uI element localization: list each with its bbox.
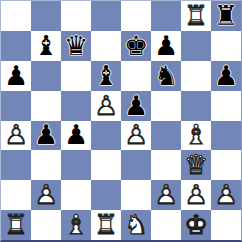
piece-black-knight[interactable]: ♞ xyxy=(151,61,181,91)
piece-black-pawn[interactable]: ♟ xyxy=(151,31,181,61)
square-f5[interactable] xyxy=(151,91,181,121)
square-b2[interactable]: ♟♙ xyxy=(31,180,61,210)
piece-glyph: ♟ xyxy=(121,91,151,121)
piece-black-king[interactable]: ♚ xyxy=(121,31,151,61)
square-g4[interactable]: ♝♗ xyxy=(181,121,211,151)
square-g1[interactable]: ♚♔ xyxy=(181,210,211,240)
square-a8[interactable] xyxy=(1,1,31,31)
piece-outline-glyph: ♖ xyxy=(91,210,121,240)
piece-white-pawn[interactable]: ♟♙ xyxy=(91,91,121,121)
square-e1[interactable]: ♞♘ xyxy=(121,210,151,240)
piece-glyph: ♚ xyxy=(121,31,151,61)
piece-glyph: ♝ xyxy=(31,31,61,61)
piece-black-pawn[interactable]: ♟ xyxy=(31,121,61,151)
piece-white-rook[interactable]: ♜♖ xyxy=(181,1,211,31)
square-a3[interactable] xyxy=(1,150,31,180)
square-c4[interactable]: ♟ xyxy=(61,121,91,151)
piece-glyph: ♟ xyxy=(211,61,241,91)
piece-black-rook[interactable]: ♜ xyxy=(211,1,241,31)
piece-black-bishop[interactable]: ♝ xyxy=(91,61,121,91)
piece-white-pawn[interactable]: ♟♙ xyxy=(211,180,241,210)
piece-glyph: ♞ xyxy=(151,61,181,91)
piece-outline-glyph: ♗ xyxy=(61,210,91,240)
piece-glyph: ♟ xyxy=(151,31,181,61)
piece-outline-glyph: ♗ xyxy=(181,121,211,151)
chess-board: ♜♖♜♝♛♚♟♟♝♞♟♟♙♟♟♙♟♟♟♙♝♗♛♕♟♙♟♙♟♙♟♙♜♖♝♗♜♖♞♘… xyxy=(0,0,242,242)
square-g5[interactable] xyxy=(181,91,211,121)
piece-black-bishop[interactable]: ♝ xyxy=(31,31,61,61)
square-f8[interactable] xyxy=(151,1,181,31)
square-d3[interactable] xyxy=(91,150,121,180)
piece-white-rook[interactable]: ♜♖ xyxy=(91,210,121,240)
piece-outline-glyph: ♔ xyxy=(181,210,211,240)
piece-black-pawn[interactable]: ♟ xyxy=(121,91,151,121)
square-e6[interactable] xyxy=(121,61,151,91)
piece-outline-glyph: ♙ xyxy=(151,180,181,210)
square-a1[interactable]: ♜♖ xyxy=(1,210,31,240)
square-d6[interactable]: ♝ xyxy=(91,61,121,91)
piece-white-bishop[interactable]: ♝♗ xyxy=(181,121,211,151)
piece-outline-glyph: ♖ xyxy=(181,1,211,31)
square-b4[interactable]: ♟ xyxy=(31,121,61,151)
piece-glyph: ♟ xyxy=(31,121,61,151)
piece-black-pawn[interactable]: ♟ xyxy=(211,61,241,91)
square-e4[interactable]: ♟♙ xyxy=(121,121,151,151)
square-a2[interactable] xyxy=(1,180,31,210)
piece-white-queen[interactable]: ♛♕ xyxy=(181,150,211,180)
piece-white-pawn[interactable]: ♟♙ xyxy=(181,180,211,210)
piece-glyph: ♟ xyxy=(61,121,91,151)
square-c8[interactable] xyxy=(61,1,91,31)
square-b5[interactable] xyxy=(31,91,61,121)
square-e5[interactable]: ♟ xyxy=(121,91,151,121)
square-g8[interactable]: ♜♖ xyxy=(181,1,211,31)
piece-white-pawn[interactable]: ♟♙ xyxy=(1,121,31,151)
piece-glyph: ♝ xyxy=(91,61,121,91)
square-h3[interactable] xyxy=(211,150,241,180)
piece-outline-glyph: ♙ xyxy=(181,180,211,210)
piece-glyph: ♜ xyxy=(211,1,241,31)
square-g7[interactable] xyxy=(181,31,211,61)
piece-white-pawn[interactable]: ♟♙ xyxy=(151,180,181,210)
piece-white-knight[interactable]: ♞♘ xyxy=(121,210,151,240)
square-d1[interactable]: ♜♖ xyxy=(91,210,121,240)
square-h6[interactable]: ♟ xyxy=(211,61,241,91)
piece-white-bishop[interactable]: ♝♗ xyxy=(61,210,91,240)
piece-white-rook[interactable]: ♜♖ xyxy=(1,210,31,240)
piece-glyph: ♛ xyxy=(61,31,91,61)
piece-black-pawn[interactable]: ♟ xyxy=(61,121,91,151)
square-h2[interactable]: ♟♙ xyxy=(211,180,241,210)
square-b3[interactable] xyxy=(31,150,61,180)
square-f6[interactable]: ♞ xyxy=(151,61,181,91)
square-e3[interactable] xyxy=(121,150,151,180)
piece-white-king[interactable]: ♚♔ xyxy=(181,210,211,240)
square-c5[interactable] xyxy=(61,91,91,121)
square-d4[interactable] xyxy=(91,121,121,151)
piece-outline-glyph: ♕ xyxy=(181,150,211,180)
square-c6[interactable] xyxy=(61,61,91,91)
square-f4[interactable] xyxy=(151,121,181,151)
square-g3[interactable]: ♛♕ xyxy=(181,150,211,180)
piece-outline-glyph: ♘ xyxy=(121,210,151,240)
square-h4[interactable] xyxy=(211,121,241,151)
square-f3[interactable] xyxy=(151,150,181,180)
square-f2[interactable]: ♟♙ xyxy=(151,180,181,210)
square-e7[interactable]: ♚ xyxy=(121,31,151,61)
square-b8[interactable] xyxy=(31,1,61,31)
square-b1[interactable] xyxy=(31,210,61,240)
square-a4[interactable]: ♟♙ xyxy=(1,121,31,151)
piece-black-queen[interactable]: ♛ xyxy=(61,31,91,61)
square-b6[interactable] xyxy=(31,61,61,91)
square-d2[interactable] xyxy=(91,180,121,210)
square-d7[interactable] xyxy=(91,31,121,61)
piece-white-pawn[interactable]: ♟♙ xyxy=(121,121,151,151)
piece-white-pawn[interactable]: ♟♙ xyxy=(31,180,61,210)
square-a7[interactable] xyxy=(1,31,31,61)
square-h8[interactable]: ♜ xyxy=(211,1,241,31)
square-b7[interactable]: ♝ xyxy=(31,31,61,61)
square-d8[interactable] xyxy=(91,1,121,31)
piece-outline-glyph: ♖ xyxy=(1,210,31,240)
piece-outline-glyph: ♙ xyxy=(91,91,121,121)
square-h5[interactable] xyxy=(211,91,241,121)
square-e8[interactable] xyxy=(121,1,151,31)
square-d5[interactable]: ♟♙ xyxy=(91,91,121,121)
square-f1[interactable] xyxy=(151,210,181,240)
square-h1[interactable] xyxy=(211,210,241,240)
square-h7[interactable] xyxy=(211,31,241,61)
piece-outline-glyph: ♙ xyxy=(211,180,241,210)
square-g6[interactable] xyxy=(181,61,211,91)
square-c1[interactable]: ♝♗ xyxy=(61,210,91,240)
square-c2[interactable] xyxy=(61,180,91,210)
square-e2[interactable] xyxy=(121,180,151,210)
piece-glyph: ♟ xyxy=(1,61,31,91)
square-a6[interactable]: ♟ xyxy=(1,61,31,91)
piece-outline-glyph: ♙ xyxy=(1,121,31,151)
square-a5[interactable] xyxy=(1,91,31,121)
piece-outline-glyph: ♙ xyxy=(31,180,61,210)
square-g2[interactable]: ♟♙ xyxy=(181,180,211,210)
square-c7[interactable]: ♛ xyxy=(61,31,91,61)
piece-black-pawn[interactable]: ♟ xyxy=(1,61,31,91)
piece-outline-glyph: ♙ xyxy=(121,121,151,151)
square-f7[interactable]: ♟ xyxy=(151,31,181,61)
square-c3[interactable] xyxy=(61,150,91,180)
